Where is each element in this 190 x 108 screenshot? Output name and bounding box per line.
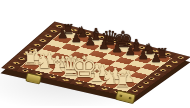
chess-set-photo: ♜♞♝♛♚♝♞♜♟♟♟♟♟♟♟♟♟♟♟♟♟♟♟♟♜♞♝♛♚♝♞♜: [0, 0, 190, 108]
